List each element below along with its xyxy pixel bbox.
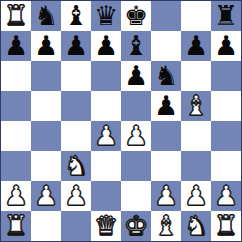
white-bishop-piece[interactable]: ♝	[184, 91, 208, 121]
square-d7[interactable]: ♟	[91, 31, 121, 61]
square-f4[interactable]	[151, 121, 181, 151]
square-a6[interactable]	[1, 61, 31, 91]
white-pawn-piece[interactable]: ♟	[64, 181, 88, 211]
square-b6[interactable]	[31, 61, 61, 91]
square-c5[interactable]	[61, 91, 91, 121]
square-c2[interactable]: ♟	[61, 181, 91, 211]
white-knight-piece[interactable]: ♞	[184, 211, 208, 241]
square-h6[interactable]	[211, 61, 241, 91]
square-c3[interactable]: ♞	[61, 151, 91, 181]
square-e2[interactable]	[121, 181, 151, 211]
white-rook-piece[interactable]: ♜	[4, 1, 28, 31]
square-h3[interactable]	[211, 151, 241, 181]
white-pawn-piece[interactable]: ♟	[94, 121, 118, 151]
square-e3[interactable]	[121, 151, 151, 181]
square-g1[interactable]: ♞	[181, 211, 211, 241]
white-pawn-piece[interactable]: ♟	[154, 181, 178, 211]
square-h8[interactable]: ♜	[211, 1, 241, 31]
square-d1[interactable]: ♛	[91, 211, 121, 241]
white-bishop-piece[interactable]: ♝	[154, 211, 178, 241]
square-e1[interactable]: ♚	[121, 211, 151, 241]
square-b2[interactable]: ♟	[31, 181, 61, 211]
square-b1[interactable]	[31, 211, 61, 241]
square-c6[interactable]	[61, 61, 91, 91]
chess-board-wrapper: ♜♞♝♛♚♜♟♟♟♟♝♟♟♟♞♟♝♟♟♞♟♟♟♟♟♟♜♛♚♝♞♜	[0, 0, 242, 242]
square-b3[interactable]	[31, 151, 61, 181]
square-h2[interactable]: ♟	[211, 181, 241, 211]
square-c4[interactable]	[61, 121, 91, 151]
square-d4[interactable]: ♟	[91, 121, 121, 151]
square-f8[interactable]	[151, 1, 181, 31]
square-g4[interactable]	[181, 121, 211, 151]
square-d3[interactable]	[91, 151, 121, 181]
square-d6[interactable]	[91, 61, 121, 91]
square-c1[interactable]	[61, 211, 91, 241]
square-g7[interactable]: ♟	[181, 31, 211, 61]
square-a8[interactable]: ♜	[1, 1, 31, 31]
square-h4[interactable]	[211, 121, 241, 151]
square-d8[interactable]: ♛	[91, 1, 121, 31]
square-d2[interactable]	[91, 181, 121, 211]
square-h7[interactable]: ♟	[211, 31, 241, 61]
black-pawn-piece[interactable]: ♟	[184, 31, 208, 61]
black-knight-piece[interactable]: ♞	[34, 1, 58, 31]
square-e5[interactable]	[121, 91, 151, 121]
square-a4[interactable]	[1, 121, 31, 151]
white-pawn-piece[interactable]: ♟	[34, 181, 58, 211]
square-a1[interactable]: ♜	[1, 211, 31, 241]
square-g3[interactable]	[181, 151, 211, 181]
chess-board[interactable]: ♜♞♝♛♚♜♟♟♟♟♝♟♟♟♞♟♝♟♟♞♟♟♟♟♟♟♜♛♚♝♞♜	[0, 0, 242, 242]
square-a3[interactable]	[1, 151, 31, 181]
square-f3[interactable]	[151, 151, 181, 181]
square-h1[interactable]: ♜	[211, 211, 241, 241]
square-f1[interactable]: ♝	[151, 211, 181, 241]
square-g6[interactable]	[181, 61, 211, 91]
square-f6[interactable]: ♞	[151, 61, 181, 91]
black-pawn-piece[interactable]: ♟	[214, 31, 238, 61]
white-rook-piece[interactable]: ♜	[214, 211, 238, 241]
square-a5[interactable]	[1, 91, 31, 121]
white-pawn-piece[interactable]: ♟	[124, 121, 148, 151]
black-bishop-piece[interactable]: ♝	[64, 1, 88, 31]
black-rook-piece[interactable]: ♜	[214, 1, 238, 31]
square-e6[interactable]: ♟	[121, 61, 151, 91]
white-rook-piece[interactable]: ♜	[4, 211, 28, 241]
white-king-piece[interactable]: ♚	[124, 211, 148, 241]
square-b5[interactable]	[31, 91, 61, 121]
square-e8[interactable]: ♚	[121, 1, 151, 31]
square-g5[interactable]: ♝	[181, 91, 211, 121]
square-c7[interactable]: ♟	[61, 31, 91, 61]
square-e4[interactable]: ♟	[121, 121, 151, 151]
black-pawn-piece[interactable]: ♟	[64, 31, 88, 61]
black-pawn-piece[interactable]: ♟	[94, 31, 118, 61]
white-pawn-piece[interactable]: ♟	[184, 181, 208, 211]
black-pawn-piece[interactable]: ♟	[154, 91, 178, 121]
square-e7[interactable]: ♝	[121, 31, 151, 61]
black-pawn-piece[interactable]: ♟	[4, 31, 28, 61]
black-queen-piece[interactable]: ♛	[94, 1, 118, 31]
square-a7[interactable]: ♟	[1, 31, 31, 61]
square-b8[interactable]: ♞	[31, 1, 61, 31]
square-b4[interactable]	[31, 121, 61, 151]
square-g2[interactable]: ♟	[181, 181, 211, 211]
black-bishop-piece[interactable]: ♝	[124, 31, 148, 61]
square-d5[interactable]	[91, 91, 121, 121]
square-h5[interactable]	[211, 91, 241, 121]
square-f2[interactable]: ♟	[151, 181, 181, 211]
black-king-piece[interactable]: ♚	[124, 1, 148, 31]
square-c8[interactable]: ♝	[61, 1, 91, 31]
square-g8[interactable]	[181, 1, 211, 31]
square-f5[interactable]: ♟	[151, 91, 181, 121]
square-a2[interactable]: ♟	[1, 181, 31, 211]
black-pawn-piece[interactable]: ♟	[124, 61, 148, 91]
square-f7[interactable]	[151, 31, 181, 61]
black-pawn-piece[interactable]: ♟	[34, 31, 58, 61]
black-knight-piece[interactable]: ♞	[154, 61, 178, 91]
white-pawn-piece[interactable]: ♟	[214, 181, 238, 211]
white-knight-piece[interactable]: ♞	[64, 151, 88, 181]
white-queen-piece[interactable]: ♛	[94, 211, 118, 241]
white-pawn-piece[interactable]: ♟	[4, 181, 28, 211]
square-b7[interactable]: ♟	[31, 31, 61, 61]
